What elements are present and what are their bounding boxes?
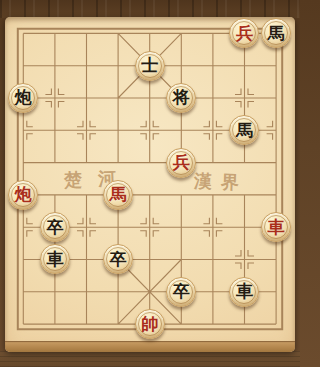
red-chariot-glyph: 車	[268, 219, 285, 236]
piece-black-chariot[interactable]: 車	[229, 277, 259, 307]
pieces-grid: 兵馬士炮将馬兵炮馬卒車車卒卒車帥	[8, 17, 292, 340]
piece-red-horse[interactable]: 馬	[103, 180, 133, 210]
piece-red-chariot[interactable]: 車	[261, 212, 291, 242]
piece-black-horse[interactable]: 馬	[229, 115, 259, 145]
piece-black-general[interactable]: 将	[166, 83, 196, 113]
black-chariot-glyph: 車	[236, 283, 253, 300]
piece-black-cannon[interactable]: 炮	[8, 83, 38, 113]
piece-black-soldier[interactable]: 卒	[103, 244, 133, 274]
red-general-glyph: 帥	[141, 316, 158, 333]
black-advisor-glyph: 士	[141, 57, 158, 74]
black-cannon-glyph: 炮	[15, 89, 32, 106]
piece-red-soldier[interactable]: 兵	[229, 18, 259, 48]
piece-black-soldier[interactable]: 卒	[166, 277, 196, 307]
black-horse-glyph: 馬	[268, 25, 285, 42]
piece-red-general[interactable]: 帥	[135, 309, 165, 339]
piece-red-soldier[interactable]: 兵	[166, 148, 196, 178]
red-cannon-glyph: 炮	[15, 186, 32, 203]
piece-red-cannon[interactable]: 炮	[8, 180, 38, 210]
piece-black-horse[interactable]: 馬	[261, 18, 291, 48]
black-horse-glyph: 馬	[236, 122, 253, 139]
red-soldier-glyph: 兵	[173, 154, 190, 171]
black-soldier-glyph: 卒	[110, 251, 127, 268]
piece-black-chariot[interactable]: 車	[40, 244, 70, 274]
piece-black-soldier[interactable]: 卒	[40, 212, 70, 242]
black-chariot-glyph: 車	[46, 251, 63, 268]
black-soldier-glyph: 卒	[46, 219, 63, 236]
black-general-glyph: 将	[173, 89, 190, 106]
black-soldier-glyph: 卒	[173, 283, 190, 300]
red-soldier-glyph: 兵	[236, 25, 253, 42]
red-horse-glyph: 馬	[110, 186, 127, 203]
piece-black-advisor[interactable]: 士	[135, 51, 165, 81]
